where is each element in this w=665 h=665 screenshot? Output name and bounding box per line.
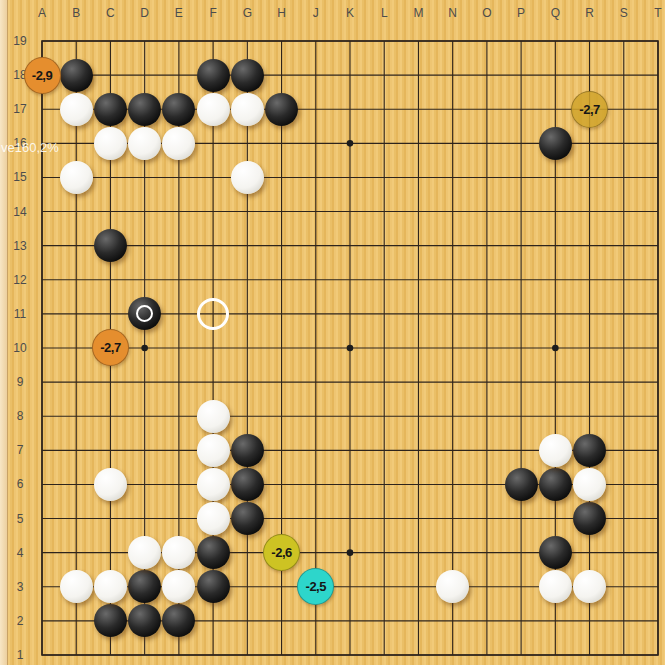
eval-score-label-a18[interactable]: -2,9 <box>24 57 61 94</box>
stone-white-f5[interactable] <box>197 502 230 535</box>
stone-black-b18[interactable] <box>60 59 93 92</box>
stone-white-d16[interactable] <box>128 127 161 160</box>
coord-label-col-e: E <box>175 6 183 20</box>
coord-label-col-t: T <box>654 6 661 20</box>
stone-white-c3[interactable] <box>94 570 127 603</box>
coord-label-row-8: 8 <box>17 409 24 423</box>
stone-black-g7[interactable] <box>231 434 264 467</box>
stone-black-g6[interactable] <box>231 468 264 501</box>
coord-label-row-9: 9 <box>17 375 24 389</box>
coord-label-col-a: A <box>38 6 46 20</box>
eval-score-label-h4[interactable]: -2,6 <box>263 534 300 571</box>
stone-black-g5[interactable] <box>231 502 264 535</box>
stone-white-r6[interactable] <box>573 468 606 501</box>
stone-black-f4[interactable] <box>197 536 230 569</box>
stone-black-c13[interactable] <box>94 229 127 262</box>
stone-black-f3[interactable] <box>197 570 230 603</box>
coord-label-row-12: 12 <box>13 273 26 287</box>
stone-black-q16[interactable] <box>539 127 572 160</box>
coord-label-col-q: Q <box>551 6 560 20</box>
coord-label-col-f: F <box>209 6 216 20</box>
coord-label-row-7: 7 <box>17 443 24 457</box>
coord-label-col-m: M <box>413 6 423 20</box>
coord-label-col-n: N <box>448 6 457 20</box>
stone-white-f6[interactable] <box>197 468 230 501</box>
coord-label-row-14: 14 <box>13 205 26 219</box>
coord-label-col-p: P <box>517 6 525 20</box>
coord-label-row-2: 2 <box>17 614 24 628</box>
coord-label-col-c: C <box>106 6 115 20</box>
stone-white-b17[interactable] <box>60 93 93 126</box>
stone-black-g18[interactable] <box>231 59 264 92</box>
go-board[interactable]: ABCDEFGHJKLMNOPQRST 19181716151413121110… <box>0 0 665 665</box>
stone-white-g17[interactable] <box>231 93 264 126</box>
status-overlay-text: ve160,2% <box>1 140 59 155</box>
coord-label-col-j: J <box>313 6 319 20</box>
stone-black-d17[interactable] <box>128 93 161 126</box>
stone-white-q7[interactable] <box>539 434 572 467</box>
coord-label-row-5: 5 <box>17 512 24 526</box>
coord-label-row-17: 17 <box>13 102 26 116</box>
coord-label-col-h: H <box>277 6 286 20</box>
coord-label-col-s: S <box>620 6 628 20</box>
coord-label-col-l: L <box>381 6 388 20</box>
empty-point-circle-marker-f11[interactable] <box>197 298 229 330</box>
stone-black-r7[interactable] <box>573 434 606 467</box>
coord-label-row-10: 10 <box>13 341 26 355</box>
coord-label-row-6: 6 <box>17 477 24 491</box>
stone-white-f7[interactable] <box>197 434 230 467</box>
stone-white-g15[interactable] <box>231 161 264 194</box>
coord-label-row-1: 1 <box>17 648 24 662</box>
coord-label-row-15: 15 <box>13 170 26 184</box>
coord-label-col-d: D <box>140 6 149 20</box>
coord-label-col-o: O <box>482 6 491 20</box>
stone-black-p6[interactable] <box>505 468 538 501</box>
stone-white-c16[interactable] <box>94 127 127 160</box>
stone-black-f18[interactable] <box>197 59 230 92</box>
coord-label-col-b: B <box>72 6 80 20</box>
coord-label-row-19: 19 <box>13 34 26 48</box>
coord-label-row-11: 11 <box>14 307 26 321</box>
stone-white-e16[interactable] <box>162 127 195 160</box>
stone-black-q6[interactable] <box>539 468 572 501</box>
stone-black-c17[interactable] <box>94 93 127 126</box>
coord-label-row-3: 3 <box>17 580 24 594</box>
coord-label-col-k: K <box>346 6 354 20</box>
stone-black-q4[interactable] <box>539 536 572 569</box>
coord-label-col-r: R <box>585 6 594 20</box>
stone-white-c6[interactable] <box>94 468 127 501</box>
coord-label-row-13: 13 <box>13 239 26 253</box>
stone-white-f8[interactable] <box>197 400 230 433</box>
stone-white-b15[interactable] <box>60 161 93 194</box>
stone-white-q3[interactable] <box>539 570 572 603</box>
eval-score-label-r17[interactable]: -2,7 <box>571 91 608 128</box>
stone-white-b3[interactable] <box>60 570 93 603</box>
stone-black-e17[interactable] <box>162 93 195 126</box>
coord-label-row-4: 4 <box>17 546 24 560</box>
stone-black-r5[interactable] <box>573 502 606 535</box>
stone-white-f17[interactable] <box>197 93 230 126</box>
coord-label-col-g: G <box>243 6 252 20</box>
stone-black-h17[interactable] <box>265 93 298 126</box>
